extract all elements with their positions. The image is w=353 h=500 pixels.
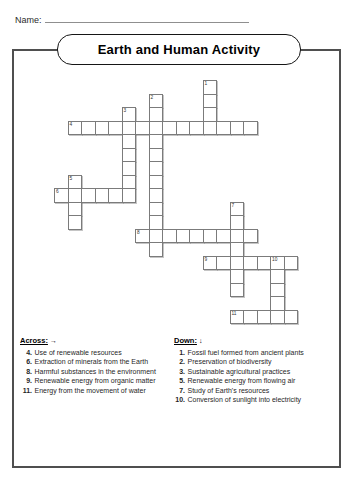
grid-cell-r17c17[interactable] <box>284 310 299 325</box>
grid-cell-r14c13[interactable] <box>230 269 245 284</box>
down-clue-2: 2.Preservation of biodiversity <box>174 357 340 367</box>
grid-cell-r15c13[interactable] <box>230 283 245 298</box>
title-banner: Earth and Human Activity <box>57 34 301 65</box>
down-heading-label: Down: <box>174 336 197 345</box>
clue-number: 9. <box>20 376 32 386</box>
clue-number: 5. <box>174 376 185 386</box>
grid-cell-r17c15[interactable] <box>257 310 272 325</box>
clue-text: Fossil fuel formed from ancient plants <box>188 348 341 358</box>
clue-text: Renewable energy from organic matter <box>35 376 173 386</box>
grid-cell-r8c0[interactable]: 6 <box>54 188 69 203</box>
clue-number: 4. <box>20 348 32 358</box>
across-clue-11: 11.Energy from the movement of water <box>20 386 172 396</box>
clue-number-label: 3 <box>124 108 127 114</box>
grid-cell-r13c13[interactable] <box>230 256 245 271</box>
grid-cell-r15c16[interactable] <box>270 283 285 298</box>
clue-number: 2. <box>174 357 185 367</box>
grid-cell-r4c7[interactable] <box>149 134 164 149</box>
grid-cell-r17c14[interactable] <box>243 310 258 325</box>
grid-cell-r9c13[interactable]: 7 <box>230 202 245 217</box>
grid-cell-r6c5[interactable] <box>122 161 137 176</box>
grid-cell-r11c6[interactable]: 8 <box>135 229 150 244</box>
grid-cell-r17c16[interactable] <box>270 310 285 325</box>
grid-cell-r2c5[interactable]: 3 <box>122 107 137 122</box>
clue-text: Study of Earth's resources <box>188 386 341 396</box>
across-heading: Across:→ <box>20 336 172 345</box>
across-heading-label: Across: <box>20 336 48 345</box>
grid-cell-r10c1[interactable] <box>68 215 83 230</box>
grid-cell-r13c16[interactable]: 10 <box>270 256 285 271</box>
grid-cell-r6c7[interactable] <box>149 161 164 176</box>
grid-cell-r3c12[interactable] <box>216 121 231 136</box>
page-title: Earth and Human Activity <box>98 42 261 57</box>
grid-cell-r13c15[interactable] <box>257 256 272 271</box>
clue-number-label: 1 <box>205 81 208 87</box>
right-arrow-icon: → <box>50 337 57 344</box>
grid-cell-r3c14[interactable] <box>243 121 258 136</box>
grid-cell-r11c11[interactable] <box>203 229 218 244</box>
clue-text: Extraction of minerals from the Earth <box>35 357 173 367</box>
clue-number: 10. <box>174 395 185 405</box>
grid-cell-r12c7[interactable] <box>149 242 164 257</box>
clue-number-label: 10 <box>272 257 277 263</box>
grid-cell-r13c11[interactable]: 9 <box>203 256 218 271</box>
grid-cell-r11c13[interactable] <box>230 229 245 244</box>
grid-cell-r1c7[interactable]: 2 <box>149 94 164 109</box>
grid-cell-r11c7[interactable] <box>149 229 164 244</box>
clue-text: Use of renewable resources <box>35 348 173 358</box>
grid-cell-r8c3[interactable] <box>95 188 110 203</box>
grid-cell-r3c9[interactable] <box>176 121 191 136</box>
across-clue-4: 4.Use of renewable resources <box>20 348 172 358</box>
worksheet-page: Name: Earth and Human Activity 123456789… <box>0 0 353 500</box>
grid-cell-r3c2[interactable] <box>81 121 96 136</box>
clue-text: Conversion of sunlight into electricity <box>188 395 341 405</box>
grid-cell-r16c16[interactable] <box>270 296 285 311</box>
grid-cell-r13c12[interactable] <box>216 256 231 271</box>
grid-cell-r8c1[interactable] <box>68 188 83 203</box>
down-clue-3: 3.Sustainable agricultural practices <box>174 367 340 377</box>
grid-cell-r9c7[interactable] <box>149 202 164 217</box>
grid-cell-r13c14[interactable] <box>243 256 258 271</box>
grid-cell-r17c13[interactable]: 11 <box>230 310 245 325</box>
down-clue-1: 1.Fossil fuel formed from ancient plants <box>174 348 340 358</box>
grid-cell-r10c7[interactable] <box>149 215 164 230</box>
clue-number-label: 4 <box>70 122 73 128</box>
grid-cell-r7c1[interactable]: 5 <box>68 175 83 190</box>
grid-cell-r11c14[interactable] <box>243 229 258 244</box>
down-clue-10: 10.Conversion of sunlight into electrici… <box>174 395 340 405</box>
grid-cell-r3c1[interactable]: 4 <box>68 121 83 136</box>
clue-text: Energy from the movement of water <box>35 386 173 396</box>
clue-text: Renewable energy from flowing air <box>188 376 341 386</box>
grid-cell-r2c11[interactable] <box>203 107 218 122</box>
grid-cell-r13c17[interactable] <box>284 256 299 271</box>
clue-number: 11. <box>20 386 32 396</box>
grid-cell-r9c1[interactable] <box>68 202 83 217</box>
grid-cell-r7c5[interactable] <box>122 175 137 190</box>
clue-number: 7. <box>174 386 185 396</box>
down-clue-list: 1.Fossil fuel formed from ancient plants… <box>174 348 340 406</box>
grid-cell-r3c7[interactable] <box>149 121 164 136</box>
grid-cell-r8c4[interactable] <box>108 188 123 203</box>
grid-cell-r11c12[interactable] <box>216 229 231 244</box>
clue-number-label: 9 <box>205 257 208 263</box>
grid-cell-r4c5[interactable] <box>122 134 137 149</box>
grid-cell-r8c7[interactable] <box>149 188 164 203</box>
clue-number: 3. <box>174 367 185 377</box>
grid-cell-r3c3[interactable] <box>95 121 110 136</box>
name-label: Name: <box>15 15 42 25</box>
grid-cell-r10c13[interactable] <box>230 215 245 230</box>
across-clue-list: 4.Use of renewable resources6.Extraction… <box>20 348 172 396</box>
grid-cell-r2c7[interactable] <box>149 107 164 122</box>
name-row: Name: <box>15 13 249 25</box>
clue-number-label: 2 <box>151 95 154 101</box>
grid-cell-r5c5[interactable] <box>122 148 137 163</box>
clue-number-label: 8 <box>137 230 140 236</box>
grid-cell-r1c11[interactable] <box>203 94 218 109</box>
clue-number-label: 7 <box>232 203 235 209</box>
grid-cell-r3c13[interactable] <box>230 121 245 136</box>
grid-cell-r3c5[interactable] <box>122 121 137 136</box>
down-clues-section: Down:↓ 1.Fossil fuel formed from ancient… <box>174 336 340 405</box>
clue-number: 6. <box>20 357 32 367</box>
grid-cell-r11c10[interactable] <box>189 229 204 244</box>
grid-cell-r7c7[interactable] <box>149 175 164 190</box>
clue-number-label: 5 <box>70 176 73 182</box>
grid-cell-r3c10[interactable] <box>189 121 204 136</box>
clue-number: 8. <box>20 367 32 377</box>
down-clue-7: 7.Study of Earth's resources <box>174 386 340 396</box>
crossword-grid: 1234567891011 <box>54 80 300 326</box>
grid-cell-r8c5[interactable] <box>122 188 137 203</box>
down-heading: Down:↓ <box>174 336 340 345</box>
grid-cell-r3c8[interactable] <box>162 121 177 136</box>
clue-text: Preservation of biodiversity <box>188 357 341 367</box>
clue-number-label: 11 <box>232 311 237 317</box>
clue-text: Sustainable agricultural practices <box>188 367 341 377</box>
grid-cell-r3c4[interactable] <box>108 121 123 136</box>
grid-cell-r3c11[interactable] <box>203 121 218 136</box>
grid-cell-r12c13[interactable] <box>230 242 245 257</box>
down-arrow-icon: ↓ <box>199 337 203 344</box>
grid-cell-r0c11[interactable]: 1 <box>203 80 218 95</box>
across-clue-9: 9.Renewable energy from organic matter <box>20 376 172 386</box>
clue-number-label: 6 <box>56 189 59 195</box>
grid-cell-r14c16[interactable] <box>270 269 285 284</box>
grid-cell-r11c9[interactable] <box>176 229 191 244</box>
name-input-line[interactable] <box>45 13 249 23</box>
grid-cell-r11c8[interactable] <box>162 229 177 244</box>
across-clue-6: 6.Extraction of minerals from the Earth <box>20 357 172 367</box>
down-clue-5: 5.Renewable energy from flowing air <box>174 376 340 386</box>
across-clues-section: Across:→ 4.Use of renewable resources6.E… <box>20 336 172 395</box>
clue-number: 1. <box>174 348 185 358</box>
clue-text: Harmful substances in the environment <box>35 367 173 377</box>
grid-cell-r8c2[interactable] <box>81 188 96 203</box>
grid-cell-r5c7[interactable] <box>149 148 164 163</box>
across-clue-8: 8.Harmful substances in the environment <box>20 367 172 377</box>
grid-cell-r3c6[interactable] <box>135 121 150 136</box>
